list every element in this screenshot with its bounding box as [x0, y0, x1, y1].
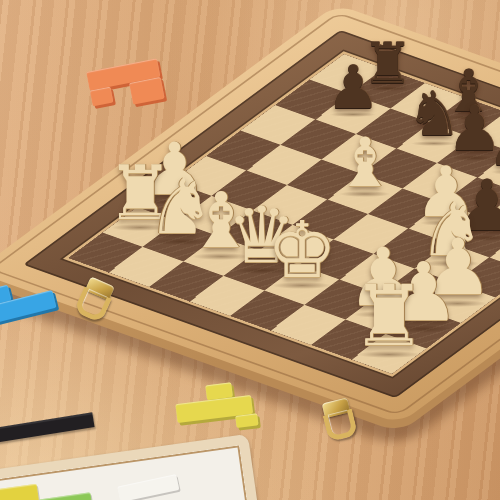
tray-green-piece[interactable] — [39, 492, 95, 500]
white-king-e2[interactable]: ♚ — [263, 211, 341, 289]
black-pawn-b7[interactable]: ♟ — [323, 57, 383, 117]
white-bishop-d5[interactable]: ♝ — [331, 129, 399, 197]
tray-white-piece[interactable] — [117, 474, 179, 500]
scene: ♜♝♟♞♟♟♝♟♟♞♟♟♜♞♝♛♚♟♟♜ — [0, 0, 500, 500]
white-rook-h1[interactable]: ♜ — [347, 274, 431, 358]
tray-yellow-piece[interactable] — [0, 484, 42, 500]
